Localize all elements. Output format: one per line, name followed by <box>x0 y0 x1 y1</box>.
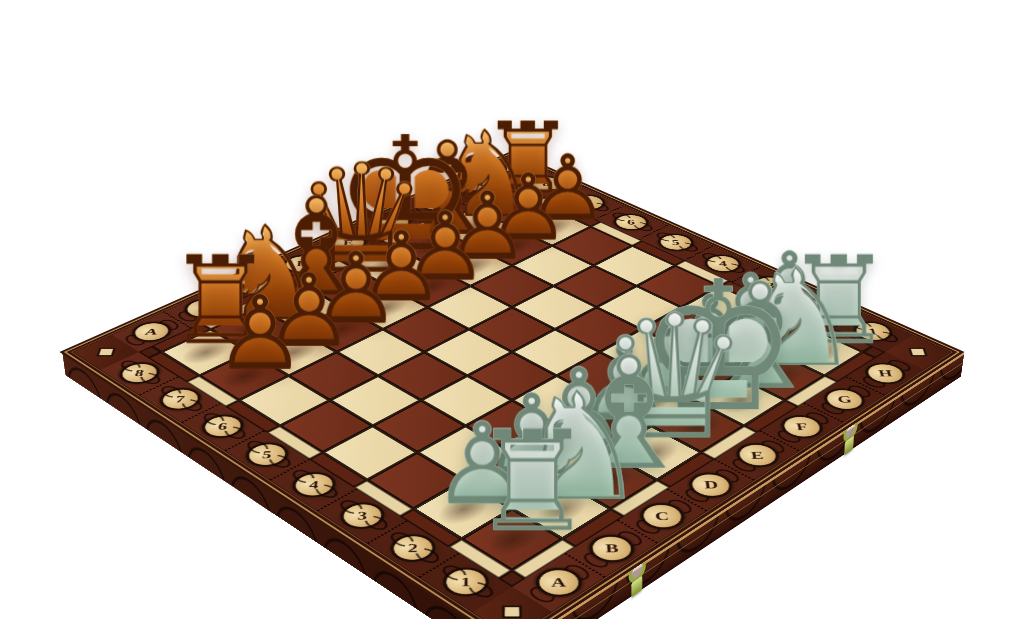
medallion: 7 <box>567 193 608 212</box>
rank-label-text: 3 <box>357 510 368 522</box>
rank-label-text: 6 <box>627 219 635 226</box>
medallion: 4 <box>288 470 340 500</box>
medallion: 6 <box>198 413 247 441</box>
medallion: 8 <box>526 175 566 194</box>
medallion: 3 <box>336 500 389 532</box>
file-label-text: E <box>342 239 353 246</box>
board-surface: ABCDEFGH ABCDEFGH 87654321 87654321 ♜♖♞♘… <box>59 151 964 619</box>
rank-label-text: 8 <box>133 368 144 377</box>
product-photo-scene: ABCDEFGH ABCDEFGH 87654321 87654321 ♜♖♞♘… <box>0 0 1024 619</box>
rank-label-text: 7 <box>584 199 592 206</box>
chess-box: ABCDEFGH ABCDEFGH 87654321 87654321 ♜♖♞♘… <box>59 151 964 619</box>
file-label-text: F <box>388 219 398 226</box>
rank-label-text: 8 <box>542 180 550 187</box>
file-label-text: G <box>430 199 442 206</box>
rank-label-text: 6 <box>217 421 228 431</box>
playing-area: ♜♖♞♘♝♗♛♕♚♔♝♗♞♘♜♖♟♙♟♙♟♙♟♙♟♙♟♙♟♙♟♙♟♙♟♙♟♙♟♙… <box>161 190 862 570</box>
file-label-text: H <box>472 180 484 187</box>
rank-label-text: 2 <box>407 542 418 554</box>
rank-label-text: 4 <box>308 479 319 490</box>
medallion: 6 <box>610 212 652 232</box>
file-label-text: A <box>144 327 159 336</box>
piece-glyph-outline: ♙ <box>214 283 306 386</box>
file-label-text: B <box>604 542 618 554</box>
piece-glyph-outline: ♖ <box>470 412 595 551</box>
